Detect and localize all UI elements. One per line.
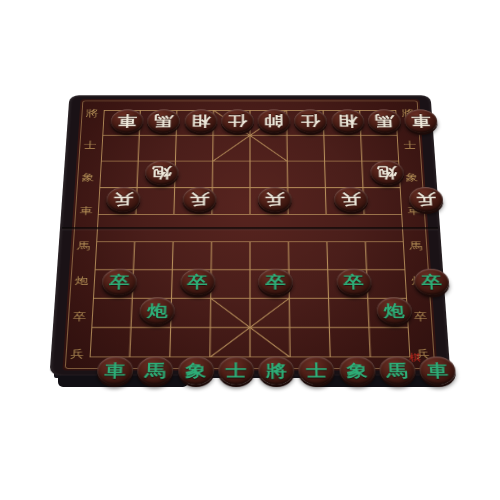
product-photo: 將士象車馬炮卒兵 將士象車馬炮卒兵 車馬相仕帥仕相馬車炮炮兵兵兵兵兵 [0, 0, 500, 500]
piece-glyph: 卒 [109, 274, 130, 289]
piece-glyph: 兵 [113, 192, 133, 207]
piece-red-chariot-i1[interactable]: 車 [404, 109, 438, 132]
piece-green-advisor-d10[interactable]: 士 [218, 357, 254, 385]
piece-green-elephant-c10[interactable]: 象 [177, 357, 213, 385]
piece-glyph: 兵 [340, 192, 360, 207]
piece-glyph: 馬 [386, 362, 408, 378]
piece-green-chariot-a10[interactable]: 車 [96, 357, 133, 385]
piece-glyph: 卒 [187, 274, 208, 289]
piece-green-horse-b10[interactable]: 馬 [137, 357, 174, 385]
piece-red-horse-b1[interactable]: 馬 [147, 109, 180, 132]
piece-glyph: 卒 [265, 274, 286, 289]
folding-case: 將士象車馬炮卒兵 將士象車馬炮卒兵 車馬相仕帥仕相馬車炮炮兵兵兵兵兵 [49, 95, 450, 375]
piece-red-horse-h1[interactable]: 馬 [367, 109, 401, 132]
piece-glyph: 卒 [421, 274, 442, 289]
piece-glyph: 將 [266, 362, 287, 378]
piece-green-soldier-e7[interactable]: 卒 [258, 269, 293, 295]
piece-glyph: 仕 [228, 114, 247, 128]
ornament-glyph: 馬 [77, 240, 91, 250]
piece-red-cannon-h3[interactable]: 炮 [370, 161, 405, 185]
piece-glyph: 車 [427, 362, 449, 378]
piece-glyph: 兵 [265, 192, 285, 207]
piece-green-elephant-g10[interactable]: 象 [339, 357, 376, 385]
piece-glyph: 馬 [154, 114, 174, 128]
piece-red-cannon-b3[interactable]: 炮 [145, 161, 179, 185]
piece-red-soldier-c4[interactable]: 兵 [182, 187, 216, 212]
piece-glyph: 象 [185, 362, 206, 378]
piece-red-elephant-c1[interactable]: 相 [184, 109, 217, 132]
piece-glyph: 卒 [343, 274, 364, 289]
piece-red-elephant-g1[interactable]: 相 [331, 109, 365, 132]
pieces-layer: 車馬相仕帥仕相馬車炮炮兵兵兵兵兵卒卒卒卒卒炮炮車馬象士將士象馬車 [94, 108, 459, 385]
piece-red-soldier-i4[interactable]: 兵 [409, 187, 444, 212]
ornament-glyph: 象 [81, 173, 94, 182]
piece-red-general-e1[interactable]: 帥 [258, 109, 291, 132]
piece-glyph: 車 [104, 362, 126, 378]
piece-green-general-e10[interactable]: 將 [258, 357, 294, 385]
piece-glyph: 炮 [377, 165, 397, 179]
piece-green-advisor-f10[interactable]: 士 [299, 357, 335, 385]
piece-glyph: 仕 [301, 114, 321, 128]
piece-glyph: 馬 [145, 362, 167, 378]
piece-glyph: 馬 [374, 114, 394, 128]
piece-glyph: 士 [225, 362, 246, 378]
piece-red-soldier-e4[interactable]: 兵 [258, 187, 292, 212]
ornament-glyph: 兵 [70, 348, 84, 359]
ornament-glyph: 車 [79, 206, 93, 216]
piece-glyph: 炮 [152, 165, 172, 179]
piece-glyph: 車 [411, 114, 431, 128]
piece-red-soldier-g4[interactable]: 兵 [333, 187, 368, 212]
play-area: 車馬相仕帥仕相馬車炮炮兵兵兵兵兵卒卒卒卒卒炮炮車馬象士將士象馬車 [90, 110, 411, 357]
fold-seam [62, 227, 438, 229]
piece-red-chariot-a1[interactable]: 車 [110, 109, 144, 132]
piece-glyph: 象 [346, 362, 368, 378]
piece-green-soldier-i7[interactable]: 卒 [414, 269, 450, 295]
piece-green-soldier-a7[interactable]: 卒 [101, 269, 137, 295]
piece-green-cannon-b8[interactable]: 炮 [139, 298, 175, 325]
ornament-glyph: 將 [86, 109, 99, 118]
piece-glyph: 士 [306, 362, 327, 378]
ornament-glyph: 士 [84, 140, 97, 149]
board-surface: 將士象車馬炮卒兵 將士象車馬炮卒兵 車馬相仕帥仕相馬車炮炮兵兵兵兵兵 [62, 99, 437, 370]
piece-green-cannon-h8[interactable]: 炮 [376, 298, 412, 325]
piece-glyph: 炮 [383, 303, 404, 319]
piece-glyph: 車 [117, 114, 137, 128]
piece-green-chariot-i10[interactable]: 車 [419, 357, 457, 385]
piece-green-soldier-g7[interactable]: 卒 [336, 269, 372, 295]
piece-glyph: 相 [338, 114, 358, 128]
maker-seal: 棋 [409, 353, 421, 362]
piece-glyph: 相 [191, 114, 210, 128]
piece-green-soldier-c7[interactable]: 卒 [180, 269, 215, 295]
piece-glyph: 炮 [147, 303, 168, 319]
ornament-glyph: 炮 [75, 275, 89, 285]
piece-red-advisor-d1[interactable]: 仕 [221, 109, 254, 132]
piece-red-advisor-f1[interactable]: 仕 [294, 109, 327, 132]
board-scene: 將士象車馬炮卒兵 將士象車馬炮卒兵 車馬相仕帥仕相馬車炮炮兵兵兵兵兵 [49, 95, 450, 375]
piece-glyph: 兵 [189, 192, 209, 207]
ornament-glyph: 卒 [72, 311, 86, 321]
piece-glyph: 兵 [416, 192, 437, 207]
piece-glyph: 帥 [264, 114, 283, 128]
piece-red-soldier-a4[interactable]: 兵 [106, 187, 141, 212]
